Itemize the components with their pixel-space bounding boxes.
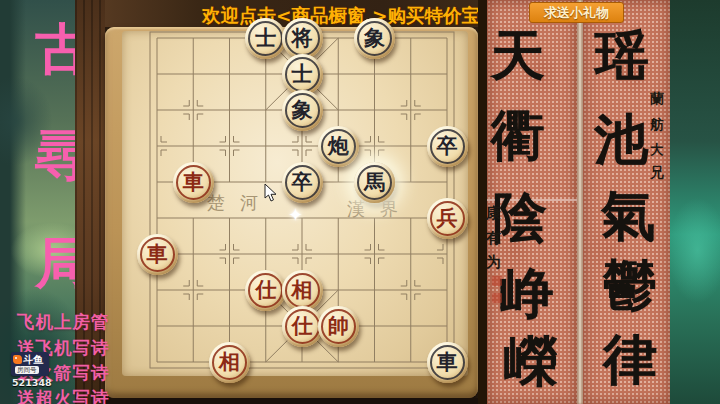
- wall-gap-right: [478, 0, 487, 404]
- calligraphy-char: 衢: [491, 108, 545, 162]
- piece-black-file4-rank1[interactable]: 士: [245, 18, 286, 59]
- piece-red-file4-rank8[interactable]: 仕: [245, 270, 286, 311]
- piece-black-file9-rank4[interactable]: 卒: [427, 126, 468, 167]
- piece-red-file6-rank9[interactable]: 帥: [318, 306, 359, 347]
- piece-red-file1-rank7[interactable]: 車: [137, 234, 178, 275]
- calligraphy-char: 兄: [650, 166, 664, 180]
- mouse-cursor: [264, 183, 278, 203]
- gift-request-button[interactable]: 求送小礼物: [529, 2, 624, 23]
- gift-menu-line-4: 送超火写诗: [17, 386, 110, 404]
- calligraphy-char: 有: [486, 231, 501, 246]
- stream-screenshot: 古 尋 局 欢迎点击<商品橱窗 >购买特价宝贝。 楚河 漢界 士将象士象炮卒卒馬…: [0, 0, 720, 404]
- calligraphy-char: 大: [650, 143, 664, 157]
- room-number-tag: 房间号: [15, 366, 39, 374]
- piece-black-file7-rank5[interactable]: 馬: [354, 162, 395, 203]
- piece-red-file2-rank5[interactable]: 車: [173, 162, 214, 203]
- seal-stamp: [492, 293, 502, 303]
- calligraphy-char: 峥: [500, 266, 554, 320]
- room-number: 521348: [12, 377, 52, 388]
- calligraphy-char: 陰: [493, 190, 547, 244]
- douyu-badge: 斗鱼 房间号: [11, 352, 49, 376]
- piece-black-file6-rank4[interactable]: 炮: [318, 126, 359, 167]
- calligraphy-char: 嶸: [504, 334, 558, 388]
- calligraphy-char: 氣: [601, 188, 655, 242]
- piece-red-file5-rank9[interactable]: 仕: [282, 306, 323, 347]
- seal-stamp: [492, 276, 502, 286]
- piece-red-file5-rank8[interactable]: 相: [282, 270, 323, 311]
- piece-black-file9-rank10[interactable]: 車: [427, 342, 468, 383]
- douyu-fish-icon: [13, 355, 22, 364]
- calligraphy-char: 为: [486, 255, 501, 270]
- calligraphy-char: 天: [491, 28, 545, 82]
- piece-black-file5-rank2[interactable]: 士: [282, 54, 323, 95]
- sparkle-effect: ✦: [288, 204, 303, 225]
- calligraphy-char: 鬱: [603, 258, 657, 312]
- piece-black-file5-rank1[interactable]: 将: [282, 18, 323, 59]
- piece-red-file3-rank10[interactable]: 相: [209, 342, 250, 383]
- piece-red-file9-rank6[interactable]: 兵: [427, 198, 468, 239]
- piece-black-file7-rank1[interactable]: 象: [354, 18, 395, 59]
- calligraphy-char: 池: [594, 112, 648, 166]
- green-backdrop: [670, 0, 720, 404]
- piece-black-file5-rank5[interactable]: 卒: [282, 162, 323, 203]
- calligraphy-char: 舫: [650, 118, 664, 132]
- douyu-logo-text: 斗鱼: [23, 353, 43, 367]
- calligraphy-char: 瑶: [595, 28, 649, 82]
- title-char-1: 古: [35, 22, 75, 77]
- title-char-3: 局: [35, 236, 75, 291]
- piece-black-file5-rank3[interactable]: 象: [282, 90, 323, 131]
- calligraphy-char: 律: [603, 332, 657, 386]
- gift-menu-line-1: 飞机上房管: [17, 310, 110, 334]
- calligraphy-char: 蘭: [650, 92, 664, 106]
- board-bottom-shadow: [105, 398, 478, 404]
- calligraphy-char: 康: [486, 206, 501, 221]
- title-char-2: 尋: [35, 128, 75, 183]
